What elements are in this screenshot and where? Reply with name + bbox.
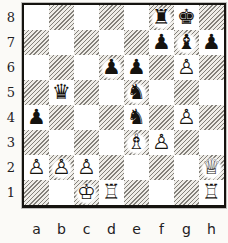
chess-diagram: 87654321 ♜♚♟♝♟♟♟♙♛♞♟♞♙♗♙♙♙♙♕♔♖♖ abcdefgh (0, 0, 228, 243)
square-d3 (99, 130, 124, 155)
file-label-f: f (149, 221, 174, 243)
white-king-c1: ♔ (74, 180, 99, 205)
square-c2: ♙ (74, 155, 99, 180)
black-pawn-d6: ♟ (99, 55, 124, 80)
square-g6: ♙ (174, 55, 199, 80)
square-c1: ♔ (74, 180, 99, 205)
square-e8 (124, 5, 149, 30)
square-b2: ♙ (49, 155, 74, 180)
white-pawn-a2: ♙ (24, 155, 49, 180)
black-knight-e4: ♞ (124, 105, 149, 130)
square-d4 (99, 105, 124, 130)
square-d5 (99, 80, 124, 105)
rank-label-5: 5 (0, 80, 22, 105)
white-pawn-b2: ♙ (49, 155, 74, 180)
square-b1 (49, 180, 74, 205)
square-h7: ♟ (199, 30, 224, 55)
square-g5 (174, 80, 199, 105)
square-f7: ♟ (149, 30, 174, 55)
square-e5: ♞ (124, 80, 149, 105)
rank-labels: 87654321 (0, 3, 22, 212)
black-queen-b5: ♛ (49, 80, 74, 105)
black-pawn-a4: ♟ (24, 105, 49, 130)
square-c6 (74, 55, 99, 80)
square-h5 (199, 80, 224, 105)
square-c4 (74, 105, 99, 130)
square-h2: ♕ (199, 155, 224, 180)
rank-label-4: 4 (0, 105, 22, 130)
square-g2 (174, 155, 199, 180)
square-g4: ♙ (174, 105, 199, 130)
white-pawn-f3: ♙ (149, 130, 174, 155)
square-a1 (24, 180, 49, 205)
square-h3 (199, 130, 224, 155)
square-c7 (74, 30, 99, 55)
square-f2 (149, 155, 174, 180)
rank-label-8: 8 (0, 5, 22, 30)
white-pawn-g6: ♙ (174, 55, 199, 80)
square-d6: ♟ (99, 55, 124, 80)
file-label-c: c (74, 221, 99, 243)
square-d7 (99, 30, 124, 55)
rank-label-7: 7 (0, 30, 22, 55)
file-label-g: g (174, 221, 199, 243)
white-queen-h2: ♕ (199, 155, 224, 180)
black-pawn-h7: ♟ (199, 30, 224, 55)
black-rook-f8: ♜ (149, 5, 174, 30)
black-king-g8: ♚ (174, 5, 199, 30)
square-a8 (24, 5, 49, 30)
file-label-a: a (24, 221, 49, 243)
square-a7 (24, 30, 49, 55)
square-b4 (49, 105, 74, 130)
square-f4 (149, 105, 174, 130)
black-pawn-f7: ♟ (149, 30, 174, 55)
white-rook-d1: ♖ (99, 180, 124, 205)
square-e4: ♞ (124, 105, 149, 130)
file-label-h: h (199, 221, 224, 243)
rank-label-3: 3 (0, 130, 22, 155)
square-a2: ♙ (24, 155, 49, 180)
file-labels: abcdefgh (22, 221, 227, 243)
white-rook-h1: ♖ (199, 180, 224, 205)
square-h8 (199, 5, 224, 30)
square-b8 (49, 5, 74, 30)
square-h6 (199, 55, 224, 80)
square-d8 (99, 5, 124, 30)
black-bishop-g7: ♝ (174, 30, 199, 55)
square-a3 (24, 130, 49, 155)
rank-label-2: 2 (0, 155, 22, 180)
square-g3 (174, 130, 199, 155)
square-a4: ♟ (24, 105, 49, 130)
square-h1: ♖ (199, 180, 224, 205)
square-a6 (24, 55, 49, 80)
square-f5 (149, 80, 174, 105)
square-g8: ♚ (174, 5, 199, 30)
rank-label-6: 6 (0, 55, 22, 80)
square-c3 (74, 130, 99, 155)
square-e3: ♗ (124, 130, 149, 155)
square-c5 (74, 80, 99, 105)
square-d1: ♖ (99, 180, 124, 205)
square-f6 (149, 55, 174, 80)
square-f1 (149, 180, 174, 205)
square-b7 (49, 30, 74, 55)
square-a5 (24, 80, 49, 105)
square-b5: ♛ (49, 80, 74, 105)
square-e6: ♟ (124, 55, 149, 80)
square-f3: ♙ (149, 130, 174, 155)
square-g7: ♝ (174, 30, 199, 55)
black-pawn-e6: ♟ (124, 55, 149, 80)
square-e7 (124, 30, 149, 55)
square-g1 (174, 180, 199, 205)
square-c8 (74, 5, 99, 30)
square-d2 (99, 155, 124, 180)
file-label-d: d (99, 221, 124, 243)
white-pawn-c2: ♙ (74, 155, 99, 180)
white-bishop-e3: ♗ (124, 130, 149, 155)
square-b6 (49, 55, 74, 80)
square-e1 (124, 180, 149, 205)
white-pawn-g4: ♙ (174, 105, 199, 130)
black-knight-e5: ♞ (124, 80, 149, 105)
file-label-e: e (124, 221, 149, 243)
file-label-b: b (49, 221, 74, 243)
chess-board: ♜♚♟♝♟♟♟♙♛♞♟♞♙♗♙♙♙♙♕♔♖♖ (22, 3, 226, 208)
square-f8: ♜ (149, 5, 174, 30)
square-h4 (199, 105, 224, 130)
rank-label-1: 1 (0, 180, 22, 205)
square-b3 (49, 130, 74, 155)
square-e2 (124, 155, 149, 180)
